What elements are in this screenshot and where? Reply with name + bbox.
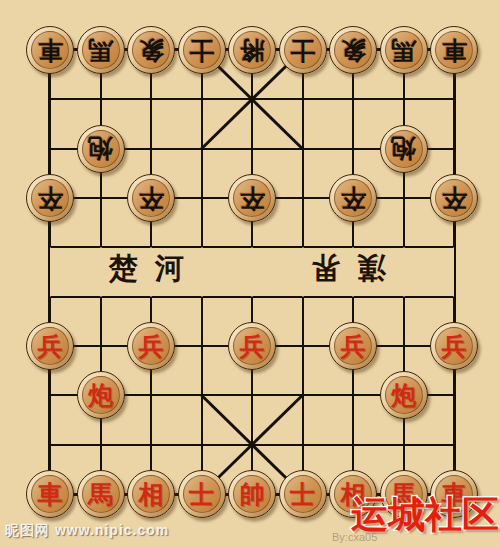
piece-face: 車 (31, 31, 69, 69)
piece-face: 士 (183, 475, 221, 513)
piece-red-炮-f8r8[interactable]: 炮 (380, 371, 428, 419)
piece-red-兵-f7r7[interactable]: 兵 (329, 322, 377, 370)
piece-face: 帥 (233, 475, 271, 513)
piece-face: 兵 (233, 327, 271, 365)
piece-black-士-f6r1[interactable]: 士 (279, 26, 327, 74)
board-cell (202, 247, 253, 296)
piece-glyph: 炮 (88, 383, 113, 408)
piece-black-炮-f8r3[interactable]: 炮 (380, 125, 428, 173)
piece-black-將-f5r1[interactable]: 將 (228, 26, 276, 74)
piece-glyph: 車 (442, 38, 467, 63)
piece-face: 士 (183, 31, 221, 69)
piece-face: 兵 (31, 327, 69, 365)
board-cell (252, 395, 303, 444)
piece-red-兵-f1r7[interactable]: 兵 (26, 322, 74, 370)
piece-face: 卒 (132, 179, 170, 217)
piece-black-士-f4r1[interactable]: 士 (178, 26, 226, 74)
piece-glyph: 士 (290, 38, 315, 63)
board-cell (202, 395, 253, 444)
piece-face: 炮 (82, 130, 120, 168)
piece-glyph: 炮 (391, 136, 416, 161)
piece-face: 馬 (385, 31, 423, 69)
piece-glyph: 象 (341, 38, 366, 63)
piece-face: 炮 (82, 376, 120, 414)
piece-glyph: 兵 (442, 334, 467, 359)
piece-red-兵-f3r7[interactable]: 兵 (127, 322, 175, 370)
piece-red-士-f6r10[interactable]: 士 (279, 470, 327, 518)
piece-black-卒-f9r4[interactable]: 卒 (430, 174, 478, 222)
piece-glyph: 兵 (341, 334, 366, 359)
piece-black-炮-f2r3[interactable]: 炮 (77, 125, 125, 173)
piece-glyph: 兵 (240, 334, 265, 359)
piece-face: 車 (435, 31, 473, 69)
piece-face: 馬 (82, 31, 120, 69)
piece-glyph: 士 (189, 482, 214, 507)
piece-black-卒-f5r4[interactable]: 卒 (228, 174, 276, 222)
piece-glyph: 帥 (240, 482, 265, 507)
piece-face: 將 (233, 31, 271, 69)
piece-face: 士 (284, 475, 322, 513)
piece-glyph: 相 (139, 482, 164, 507)
piece-glyph: 兵 (139, 334, 164, 359)
piece-face: 馬 (82, 475, 120, 513)
piece-face: 兵 (334, 327, 372, 365)
piece-face: 象 (334, 31, 372, 69)
piece-red-馬-f2r10[interactable]: 馬 (77, 470, 125, 518)
piece-face: 卒 (31, 179, 69, 217)
piece-glyph: 馬 (88, 482, 113, 507)
piece-face: 象 (132, 31, 170, 69)
piece-face: 卒 (334, 179, 372, 217)
piece-black-卒-f1r4[interactable]: 卒 (26, 174, 74, 222)
byline-watermark: By:cxa05 (332, 531, 377, 543)
board-cell (151, 99, 202, 148)
piece-red-兵-f5r7[interactable]: 兵 (228, 322, 276, 370)
piece-black-馬-f2r1[interactable]: 馬 (77, 26, 125, 74)
piece-black-馬-f8r1[interactable]: 馬 (380, 26, 428, 74)
piece-glyph: 卒 (38, 186, 63, 211)
piece-black-象-f7r1[interactable]: 象 (329, 26, 377, 74)
piece-face: 炮 (385, 130, 423, 168)
piece-glyph: 象 (139, 38, 164, 63)
piece-black-車-f9r1[interactable]: 車 (430, 26, 478, 74)
piece-face: 兵 (132, 327, 170, 365)
piece-glyph: 士 (189, 38, 214, 63)
piece-glyph: 炮 (88, 136, 113, 161)
piece-glyph: 卒 (139, 186, 164, 211)
piece-glyph: 將 (240, 38, 265, 63)
piece-red-士-f4r10[interactable]: 士 (178, 470, 226, 518)
piece-glyph: 炮 (391, 383, 416, 408)
river-label-chu: 楚河 (109, 249, 201, 289)
nipic-watermark: 昵图网 www.nipic.com (5, 522, 169, 540)
board-cell (252, 99, 303, 148)
piece-red-車-f1r10[interactable]: 車 (26, 470, 74, 518)
piece-red-帥-f5r10[interactable]: 帥 (228, 470, 276, 518)
river-label-han: 漢界 (294, 247, 386, 287)
piece-face: 士 (284, 31, 322, 69)
piece-black-卒-f3r4[interactable]: 卒 (127, 174, 175, 222)
piece-glyph: 卒 (240, 186, 265, 211)
piece-black-象-f3r1[interactable]: 象 (127, 26, 175, 74)
piece-glyph: 卒 (442, 186, 467, 211)
piece-face: 卒 (233, 179, 271, 217)
piece-glyph: 車 (38, 482, 63, 507)
piece-glyph: 兵 (38, 334, 63, 359)
piece-glyph: 士 (290, 482, 315, 507)
piece-glyph: 馬 (88, 38, 113, 63)
piece-glyph: 卒 (341, 186, 366, 211)
board-cell (303, 395, 354, 444)
piece-red-相-f3r10[interactable]: 相 (127, 470, 175, 518)
board-cell (50, 247, 101, 296)
piece-glyph: 車 (38, 38, 63, 63)
xiangqi-board-screenshot: 楚河 漢界 車馬象士將士象馬車炮炮卒卒卒卒卒兵兵兵兵兵炮炮車馬相士帥士相馬車 昵… (0, 0, 500, 548)
piece-glyph: 馬 (391, 38, 416, 63)
piece-black-卒-f7r4[interactable]: 卒 (329, 174, 377, 222)
piece-face: 炮 (385, 376, 423, 414)
piece-red-炮-f2r8[interactable]: 炮 (77, 371, 125, 419)
piece-red-兵-f9r7[interactable]: 兵 (430, 322, 478, 370)
piece-black-車-f1r1[interactable]: 車 (26, 26, 74, 74)
board-cell (202, 99, 253, 148)
board-cell (151, 395, 202, 444)
piece-face: 兵 (435, 327, 473, 365)
piece-face: 車 (31, 475, 69, 513)
board-cell (404, 247, 455, 296)
board-cell (303, 99, 354, 148)
piece-face: 相 (132, 475, 170, 513)
piece-face: 卒 (435, 179, 473, 217)
